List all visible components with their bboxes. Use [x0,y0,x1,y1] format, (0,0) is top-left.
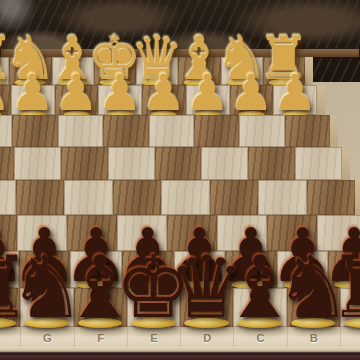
square-c2[interactable]: ♟ [186,85,230,115]
square-f3[interactable] [58,115,103,147]
piece-white-pawn[interactable]: ♟ [98,70,143,118]
square-d3[interactable] [149,115,194,147]
square-g4[interactable] [14,147,61,180]
square-f2[interactable]: ♟ [55,85,99,115]
square-g5[interactable] [16,180,65,215]
photo-frame: ♜♞♝♚♛♝♞♜♟♟♟♟♟♟♟♟♟♟♟♟♟♟♟♟♜♞♝♚♛♝♞♜ HGFEDCB… [0,0,360,360]
square-d5[interactable] [161,180,210,215]
square-e5[interactable] [113,180,162,215]
square-a8[interactable]: ♜ [340,288,360,327]
board-front-edge [0,347,360,360]
rank-row-8: ♜♞♝♚♛♝♞♜ [0,288,360,327]
square-g2[interactable]: ♟ [11,85,55,115]
piece-white-pawn[interactable]: ♟ [229,70,274,118]
board-squares: ♜♞♝♚♛♝♞♜♟♟♟♟♟♟♟♟♟♟♟♟♟♟♟♟♜♞♝♚♛♝♞♜ [0,57,360,327]
square-d4[interactable] [155,147,202,180]
square-b5[interactable] [258,180,307,215]
rank-row-3 [0,115,338,147]
square-b3[interactable] [239,115,284,147]
rank-row-2: ♟♟♟♟♟♟♟♟ [0,85,325,115]
square-f5[interactable] [64,180,113,215]
square-e3[interactable] [103,115,148,147]
piece-white-pawn[interactable]: ♟ [141,70,186,118]
square-a2[interactable]: ♟ [273,85,317,115]
square-g3[interactable] [12,115,57,147]
square-h4[interactable] [0,147,14,180]
piece-white-pawn[interactable]: ♟ [185,70,230,118]
square-a5[interactable] [307,180,356,215]
piece-white-pawn[interactable]: ♟ [54,70,99,118]
square-c5[interactable] [210,180,259,215]
square-d2[interactable]: ♟ [142,85,186,115]
piece-black-rook[interactable]: ♜ [328,247,360,329]
rank-row-5 [0,180,360,215]
square-b2[interactable]: ♟ [230,85,274,115]
square-f4[interactable] [61,147,108,180]
piece-white-pawn[interactable]: ♟ [273,70,318,118]
square-h2[interactable]: ♟ [0,85,11,115]
square-b4[interactable] [248,147,295,180]
chess-board: ♜♞♝♚♛♝♞♜♟♟♟♟♟♟♟♟♟♟♟♟♟♟♟♟♜♞♝♚♛♝♞♜ HGFEDCB… [0,49,360,349]
square-a3[interactable] [285,115,330,147]
rank-row-4 [0,147,350,180]
square-c3[interactable] [194,115,239,147]
square-c4[interactable] [201,147,248,180]
square-e2[interactable]: ♟ [98,85,142,115]
piece-white-pawn[interactable]: ♟ [10,70,55,118]
square-h5[interactable] [0,180,16,215]
square-a4[interactable] [295,147,342,180]
square-h3[interactable] [0,115,12,147]
square-e4[interactable] [108,147,155,180]
